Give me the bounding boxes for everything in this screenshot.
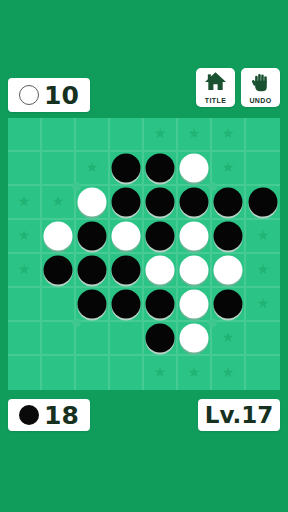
home-icon [204,71,227,94]
board-cell-r5c2[interactable] [76,288,110,322]
board-cell-r7c0[interactable] [8,356,42,390]
grid-dot [72,318,81,327]
board-cell-r7c2[interactable] [76,356,110,390]
level-value: Lv.17 [205,404,274,427]
grid-dot [208,182,217,191]
white-score-value: 10 [39,83,90,108]
white-disc-icon [19,85,39,105]
white-disc [180,154,209,183]
hand-icon [250,71,272,94]
board-cell-r2c4[interactable] [144,186,178,220]
board-cell-r1c2[interactable]: ★ [76,152,110,186]
board-cell-r2c0[interactable]: ★ [8,186,42,220]
white-disc [214,256,243,285]
undo-button-label: UNDO [249,97,271,104]
board-cell-r3c7[interactable]: ★ [246,220,280,254]
board-cell-r6c0[interactable] [8,322,42,356]
white-disc [78,188,107,217]
board-cell-r6c2[interactable] [76,322,110,356]
board-cell-r3c1[interactable] [42,220,76,254]
black-disc-icon [19,405,39,425]
title-button[interactable]: TITLE [196,68,235,107]
board-cell-r5c5[interactable] [178,288,212,322]
star-icon: ★ [257,262,270,276]
black-disc [44,256,73,285]
star-icon: ★ [18,262,31,276]
board-cell-r0c0[interactable] [8,118,42,152]
board-cell-r7c5[interactable]: ★ [178,356,212,390]
board-cell-r1c1[interactable] [42,152,76,186]
board-cell-r6c4[interactable] [144,322,178,356]
board-cell-r3c6[interactable] [212,220,246,254]
star-icon: ★ [188,126,201,140]
black-disc [214,290,243,319]
star-icon: ★ [257,228,270,242]
board-cell-r1c6[interactable]: ★ [212,152,246,186]
board-cell-r1c4[interactable] [144,152,178,186]
board-cell-r7c4[interactable]: ★ [144,356,178,390]
black-disc [112,188,141,217]
board-cell-r4c5[interactable] [178,254,212,288]
board-cell-r1c0[interactable] [8,152,42,186]
board-cell-r2c2[interactable] [76,186,110,220]
board-cell-r5c4[interactable] [144,288,178,322]
star-icon: ★ [18,228,31,242]
black-disc [249,188,278,217]
board-cell-r1c7[interactable] [246,152,280,186]
white-disc [180,290,209,319]
star-icon: ★ [222,330,235,344]
board-cell-r5c7[interactable]: ★ [246,288,280,322]
black-disc [214,188,243,217]
board-cell-r7c3[interactable] [110,356,144,390]
level-badge: Lv.17 [198,399,280,431]
star-icon: ★ [52,194,65,208]
black-disc [214,222,243,251]
black-disc [112,290,141,319]
black-disc [146,154,175,183]
white-disc [112,222,141,251]
black-disc [146,324,175,353]
board-cell-r5c1[interactable] [42,288,76,322]
board-cell-r4c0[interactable]: ★ [8,254,42,288]
board-cell-r4c3[interactable] [110,254,144,288]
board-cell-r3c5[interactable] [178,220,212,254]
board-cell-r0c2[interactable] [76,118,110,152]
board-cell-r4c4[interactable] [144,254,178,288]
black-disc [78,290,107,319]
board-cell-r7c6[interactable]: ★ [212,356,246,390]
board-cell-r3c2[interactable] [76,220,110,254]
star-icon: ★ [188,365,201,379]
board-cell-r7c7[interactable] [246,356,280,390]
board-cell-r4c1[interactable] [42,254,76,288]
board-cell-r7c1[interactable] [42,356,76,390]
board-cell-r2c7[interactable] [246,186,280,220]
black-score-panel: 18 [8,399,90,431]
board-cell-r0c5[interactable]: ★ [178,118,212,152]
board-cell-r0c7[interactable] [246,118,280,152]
star-icon: ★ [154,126,167,140]
board-cell-r6c6[interactable]: ★ [212,322,246,356]
white-score-panel: 10 [8,78,90,112]
white-disc [180,222,209,251]
grid-dot [72,182,81,191]
board-cell-r5c6[interactable] [212,288,246,322]
black-disc [146,188,175,217]
black-disc [112,256,141,285]
board-cell-r0c4[interactable]: ★ [144,118,178,152]
board-cell-r0c1[interactable] [42,118,76,152]
white-disc [146,256,175,285]
white-disc [44,222,73,251]
black-disc [146,290,175,319]
white-disc [180,324,209,353]
star-icon: ★ [222,365,235,379]
board-cell-r2c1[interactable]: ★ [42,186,76,220]
black-disc [180,188,209,217]
board-cell-r0c6[interactable]: ★ [212,118,246,152]
board-cell-r2c5[interactable] [178,186,212,220]
board-cell-r5c3[interactable] [110,288,144,322]
othello-app: 10 TITLE UNDO ★★★★★★★★★★★★★★★★ 18 Lv.17 [0,0,288,512]
board-cell-r4c2[interactable] [76,254,110,288]
black-score-value: 18 [39,403,90,428]
board-cell-r1c5[interactable] [178,152,212,186]
board-cell-r2c3[interactable] [110,186,144,220]
star-icon: ★ [86,160,99,174]
board-cell-r3c3[interactable] [110,220,144,254]
board-cell-r0c3[interactable] [110,118,144,152]
board-cell-r2c6[interactable] [212,186,246,220]
othello-board: ★★★★★★★★★★★★★★★★ [8,118,280,390]
board-cell-r6c3[interactable] [110,322,144,356]
board-cell-r4c6[interactable] [212,254,246,288]
star-icon: ★ [257,296,270,310]
black-disc [146,222,175,251]
board-cell-r6c7[interactable] [246,322,280,356]
board-cell-r1c3[interactable] [110,152,144,186]
undo-button[interactable]: UNDO [241,68,280,107]
black-disc [78,222,107,251]
star-icon: ★ [154,365,167,379]
board-cell-r3c0[interactable]: ★ [8,220,42,254]
board-cell-r5c0[interactable] [8,288,42,322]
title-button-label: TITLE [205,97,226,104]
board-cell-r3c4[interactable] [144,220,178,254]
black-disc [112,154,141,183]
board-cell-r6c5[interactable] [178,322,212,356]
black-disc [78,256,107,285]
star-icon: ★ [222,160,235,174]
star-icon: ★ [18,194,31,208]
star-icon: ★ [222,126,235,140]
grid-dot [208,318,217,327]
white-disc [180,256,209,285]
board-cell-r6c1[interactable] [42,322,76,356]
board-cell-r4c7[interactable]: ★ [246,254,280,288]
